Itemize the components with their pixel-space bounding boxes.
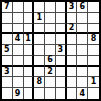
cell-r4c5[interactable]	[45, 34, 56, 45]
cell-r1c4[interactable]	[34, 2, 45, 13]
cell-r2c5[interactable]	[45, 13, 56, 24]
cell-r9c5[interactable]	[45, 88, 56, 99]
cell-r3c7[interactable]: 2	[67, 24, 78, 35]
cell-r5c3[interactable]	[24, 45, 35, 56]
cell-r9c1[interactable]	[2, 88, 13, 99]
cell-r2c1[interactable]	[2, 13, 13, 24]
cell-r3c2[interactable]	[13, 24, 24, 35]
cell-r6c2[interactable]	[13, 56, 24, 67]
cell-r3c1[interactable]	[2, 24, 13, 35]
cell-r3c6[interactable]	[56, 24, 67, 35]
cell-r2c2[interactable]	[13, 13, 24, 24]
cell-r8c3[interactable]	[24, 77, 35, 88]
cell-r4c8[interactable]	[77, 34, 88, 45]
cell-r8c8[interactable]	[77, 77, 88, 88]
cell-r9c2[interactable]: 9	[13, 88, 24, 99]
cell-r4c9[interactable]: 8	[88, 34, 99, 45]
cell-r2c7[interactable]	[67, 13, 78, 24]
cell-r8c7[interactable]	[67, 77, 78, 88]
cell-r5c9[interactable]	[88, 45, 99, 56]
cell-r7c8[interactable]	[77, 67, 88, 78]
cell-r3c5[interactable]	[45, 24, 56, 35]
cell-r1c2[interactable]	[13, 2, 24, 13]
cell-r5c2[interactable]	[13, 45, 24, 56]
cell-r9c3[interactable]	[24, 88, 35, 99]
cell-r3c4[interactable]	[34, 24, 45, 35]
cell-r7c1[interactable]: 3	[2, 67, 13, 78]
cell-r4c2[interactable]: 4	[13, 34, 24, 45]
cell-r4c4[interactable]	[34, 34, 45, 45]
cell-r8c1[interactable]	[2, 77, 13, 88]
cell-r9c7[interactable]	[67, 88, 78, 99]
cell-r9c9[interactable]	[88, 88, 99, 99]
cell-r8c9[interactable]: 1	[88, 77, 99, 88]
cell-r7c3[interactable]	[24, 67, 35, 78]
cell-r5c8[interactable]	[77, 45, 88, 56]
cell-r4c1[interactable]	[2, 34, 13, 45]
cell-r1c3[interactable]	[24, 2, 35, 13]
cell-r1c9[interactable]	[88, 2, 99, 13]
cell-r1c8[interactable]: 6	[77, 2, 88, 13]
cell-r4c6[interactable]	[56, 34, 67, 45]
cell-r5c4[interactable]	[34, 45, 45, 56]
cell-r8c6[interactable]	[56, 77, 67, 88]
cell-r5c6[interactable]: 3	[56, 45, 67, 56]
cell-r4c3[interactable]: 1	[24, 34, 35, 45]
cell-r3c8[interactable]	[77, 24, 88, 35]
cell-r1c7[interactable]: 3	[67, 2, 78, 13]
cell-r2c3[interactable]	[24, 13, 35, 24]
cell-r6c5[interactable]: 6	[45, 56, 56, 67]
cell-r6c1[interactable]	[2, 56, 13, 67]
cell-r2c8[interactable]	[77, 13, 88, 24]
cell-r1c1[interactable]: 7	[2, 2, 13, 13]
cell-r6c4[interactable]	[34, 56, 45, 67]
cell-r2c6[interactable]	[56, 13, 67, 24]
cell-r7c7[interactable]	[67, 67, 78, 78]
cell-r6c8[interactable]	[77, 56, 88, 67]
cell-r7c6[interactable]	[56, 67, 67, 78]
cell-r5c5[interactable]	[45, 45, 56, 56]
cell-r1c6[interactable]	[56, 2, 67, 13]
sudoku-board: 73612418536328194	[0, 0, 101, 101]
cell-r1c5[interactable]	[45, 2, 56, 13]
cell-r7c5[interactable]: 2	[45, 67, 56, 78]
cell-r5c1[interactable]: 5	[2, 45, 13, 56]
cell-r9c8[interactable]: 4	[77, 88, 88, 99]
cell-r5c7[interactable]	[67, 45, 78, 56]
cell-r8c4[interactable]: 8	[34, 77, 45, 88]
cell-r6c7[interactable]	[67, 56, 78, 67]
cell-r2c4[interactable]: 1	[34, 13, 45, 24]
cell-r7c4[interactable]	[34, 67, 45, 78]
cell-r3c9[interactable]	[88, 24, 99, 35]
cell-r4c7[interactable]	[67, 34, 78, 45]
cell-r6c6[interactable]	[56, 56, 67, 67]
cell-r7c2[interactable]	[13, 67, 24, 78]
cell-r6c3[interactable]	[24, 56, 35, 67]
cell-r2c9[interactable]	[88, 13, 99, 24]
cell-r6c9[interactable]	[88, 56, 99, 67]
cell-r8c5[interactable]	[45, 77, 56, 88]
cell-r3c3[interactable]	[24, 24, 35, 35]
cell-r8c2[interactable]	[13, 77, 24, 88]
cell-r7c9[interactable]	[88, 67, 99, 78]
cell-r9c6[interactable]	[56, 88, 67, 99]
cell-r9c4[interactable]	[34, 88, 45, 99]
